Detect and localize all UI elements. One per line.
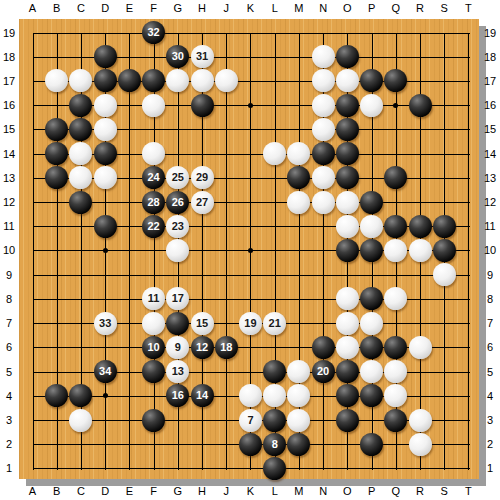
coord-label-right-8: 8: [487, 293, 493, 305]
white-stone-F16: [142, 94, 165, 117]
black-stone-L3: [263, 409, 286, 432]
coord-label-right-16: 16: [484, 99, 496, 111]
coord-label-left-15: 15: [3, 123, 15, 135]
white-stone-D15: [94, 118, 117, 141]
white-stone-N17: [312, 69, 335, 92]
coord-label-right-4: 4: [487, 390, 493, 402]
coord-label-right-2: 2: [487, 438, 493, 450]
coord-label-left-5: 5: [6, 366, 12, 378]
coord-label-bottom-P: P: [368, 485, 375, 497]
white-stone-H18: 31: [191, 45, 214, 68]
coord-label-bottom-K: K: [247, 485, 254, 497]
white-stone-O12: [336, 191, 359, 214]
coord-label-bottom-Q: Q: [392, 485, 401, 497]
coord-label-top-F: F: [150, 2, 157, 14]
black-stone-L1: [263, 457, 286, 480]
white-stone-O7: [336, 312, 359, 335]
coord-label-top-C: C: [77, 2, 85, 14]
black-stone-H4: 14: [191, 384, 214, 407]
black-stone-G7: [166, 312, 189, 335]
star-point-D4: [103, 393, 108, 398]
white-stone-R6: [409, 336, 432, 359]
coord-label-top-D: D: [101, 2, 109, 14]
white-stone-D13: [94, 166, 117, 189]
black-stone-S10: [433, 239, 456, 262]
white-stone-H13: 29: [191, 166, 214, 189]
coord-label-right-1: 1: [487, 462, 493, 474]
black-stone-F6: 10: [142, 336, 165, 359]
black-stone-M2: [287, 433, 310, 456]
black-stone-O16: [336, 94, 359, 117]
coord-label-left-10: 10: [3, 244, 15, 256]
coord-label-left-11: 11: [3, 220, 14, 232]
go-diagram-screenshot: 3230312425292826272223111733151921109121…: [0, 0, 500, 500]
white-stone-R10: [409, 239, 432, 262]
black-stone-D18: [94, 45, 117, 68]
black-stone-C16: [69, 94, 92, 117]
white-stone-K7: 19: [239, 312, 262, 335]
coord-label-left-7: 7: [6, 317, 12, 329]
white-stone-K3: 7: [239, 409, 262, 432]
white-stone-R2: [409, 433, 432, 456]
white-stone-L7: 21: [263, 312, 286, 335]
white-stone-C3: [69, 409, 92, 432]
coord-label-top-G: G: [174, 2, 183, 14]
white-stone-O11: [336, 215, 359, 238]
white-stone-G11: 23: [166, 215, 189, 238]
white-stone-N18: [312, 45, 335, 68]
coord-label-left-19: 19: [3, 27, 15, 39]
coord-label-right-10: 10: [484, 244, 496, 256]
star-point-D10: [103, 248, 108, 253]
coord-label-left-14: 14: [3, 148, 15, 160]
star-point-K10: [248, 248, 253, 253]
grid-line-vertical: [468, 33, 469, 470]
coord-label-bottom-S: S: [441, 485, 448, 497]
coord-label-right-12: 12: [484, 196, 496, 208]
black-stone-O3: [336, 409, 359, 432]
black-stone-D17: [94, 69, 117, 92]
star-point-Q16: [393, 103, 398, 108]
black-stone-R11: [409, 215, 432, 238]
black-stone-H6: 12: [191, 336, 214, 359]
white-stone-D7: 33: [94, 312, 117, 335]
black-stone-O10: [336, 239, 359, 262]
coord-label-left-18: 18: [3, 51, 15, 63]
black-stone-C12: [69, 191, 92, 214]
black-stone-N14: [312, 142, 335, 165]
white-stone-P11: [360, 215, 383, 238]
coord-label-left-16: 16: [3, 99, 15, 111]
coord-label-bottom-C: C: [77, 485, 85, 497]
coord-label-bottom-H: H: [198, 485, 206, 497]
coord-label-bottom-N: N: [319, 485, 327, 497]
black-stone-P6: [360, 336, 383, 359]
white-stone-H17: [191, 69, 214, 92]
black-stone-O15: [336, 118, 359, 141]
black-stone-K2: [239, 433, 262, 456]
black-stone-F3: [142, 409, 165, 432]
coord-label-top-R: R: [416, 2, 424, 14]
white-stone-M12: [287, 191, 310, 214]
coord-label-right-9: 9: [487, 269, 493, 281]
coord-label-right-18: 18: [484, 51, 496, 63]
black-stone-L2: 8: [263, 433, 286, 456]
white-stone-M3: [287, 409, 310, 432]
coord-label-top-N: N: [319, 2, 327, 14]
coord-label-right-6: 6: [487, 341, 493, 353]
black-stone-N6: [312, 336, 335, 359]
coord-label-right-3: 3: [487, 414, 493, 426]
black-stone-S11: [433, 215, 456, 238]
coord-label-bottom-T: T: [465, 485, 472, 497]
coord-label-bottom-J: J: [224, 485, 230, 497]
coord-label-bottom-B: B: [53, 485, 60, 497]
white-stone-D16: [94, 94, 117, 117]
coord-label-right-17: 17: [484, 75, 496, 87]
white-stone-N16: [312, 94, 335, 117]
coord-label-left-1: 1: [6, 462, 12, 474]
coord-label-bottom-O: O: [343, 485, 352, 497]
coord-label-top-H: H: [198, 2, 206, 14]
coord-label-right-14: 14: [484, 148, 496, 160]
star-point-K16: [248, 103, 253, 108]
white-stone-N15: [312, 118, 335, 141]
coord-label-bottom-E: E: [126, 485, 133, 497]
coord-label-left-13: 13: [3, 172, 15, 184]
coord-label-right-7: 7: [487, 317, 493, 329]
black-stone-F11: 22: [142, 215, 165, 238]
black-stone-D11: [94, 215, 117, 238]
black-stone-D14: [94, 142, 117, 165]
coord-label-top-E: E: [126, 2, 133, 14]
black-stone-Q6: [384, 336, 407, 359]
white-stone-N12: [312, 191, 335, 214]
coord-label-right-13: 13: [484, 172, 496, 184]
coord-label-right-5: 5: [487, 366, 493, 378]
white-stone-S9: [433, 263, 456, 286]
go-board[interactable]: 3230312425292826272223111733151921109121…: [19, 19, 479, 479]
black-stone-D5: 34: [94, 360, 117, 383]
coord-label-top-T: T: [465, 2, 472, 14]
coord-label-left-4: 4: [6, 390, 12, 402]
coord-label-bottom-R: R: [416, 485, 424, 497]
white-stone-P5: [360, 360, 383, 383]
coord-label-left-3: 3: [6, 414, 12, 426]
coord-label-top-K: K: [247, 2, 254, 14]
coord-label-right-19: 19: [484, 27, 496, 39]
white-stone-H7: 15: [191, 312, 214, 335]
black-stone-O5: [336, 360, 359, 383]
black-stone-B15: [45, 118, 68, 141]
coord-label-top-A: A: [29, 2, 36, 14]
black-stone-P2: [360, 433, 383, 456]
coord-label-left-17: 17: [3, 75, 15, 87]
coord-label-left-9: 9: [6, 269, 12, 281]
black-stone-Q3: [384, 409, 407, 432]
black-stone-N5: 20: [312, 360, 335, 383]
coord-label-left-8: 8: [6, 293, 12, 305]
coord-label-top-M: M: [294, 2, 303, 14]
coord-label-right-11: 11: [484, 220, 495, 232]
coord-label-top-S: S: [441, 2, 448, 14]
white-stone-P16: [360, 94, 383, 117]
black-stone-G12: 26: [166, 191, 189, 214]
black-stone-J6: 18: [215, 336, 238, 359]
coord-label-top-Q: Q: [392, 2, 401, 14]
white-stone-F7: [142, 312, 165, 335]
coord-label-left-12: 12: [3, 196, 15, 208]
black-stone-R16: [409, 94, 432, 117]
coord-label-bottom-F: F: [150, 485, 157, 497]
black-stone-O18: [336, 45, 359, 68]
white-stone-P7: [360, 312, 383, 335]
white-stone-O6: [336, 336, 359, 359]
coord-label-top-P: P: [368, 2, 375, 14]
black-stone-Q11: [384, 215, 407, 238]
black-stone-F19: 32: [142, 21, 165, 44]
coord-label-right-15: 15: [484, 123, 496, 135]
coord-label-left-6: 6: [6, 341, 12, 353]
white-stone-H12: 27: [191, 191, 214, 214]
black-stone-P12: [360, 191, 383, 214]
grid-line-horizontal: [33, 275, 470, 276]
coord-label-top-B: B: [53, 2, 60, 14]
white-stone-N13: [312, 166, 335, 189]
black-stone-H16: [191, 94, 214, 117]
coord-label-left-2: 2: [6, 438, 12, 450]
black-stone-O14: [336, 142, 359, 165]
coord-label-top-O: O: [343, 2, 352, 14]
coord-label-bottom-A: A: [29, 485, 36, 497]
coord-label-bottom-D: D: [101, 485, 109, 497]
coord-label-bottom-G: G: [174, 485, 183, 497]
coord-label-bottom-L: L: [272, 485, 278, 497]
coord-label-top-J: J: [224, 2, 230, 14]
white-stone-R3: [409, 409, 432, 432]
coord-label-bottom-M: M: [294, 485, 303, 497]
black-stone-O4: [336, 384, 359, 407]
black-stone-F12: 28: [142, 191, 165, 214]
coord-label-top-L: L: [272, 2, 278, 14]
black-stone-P10: [360, 239, 383, 262]
grid-line-horizontal: [33, 468, 470, 469]
